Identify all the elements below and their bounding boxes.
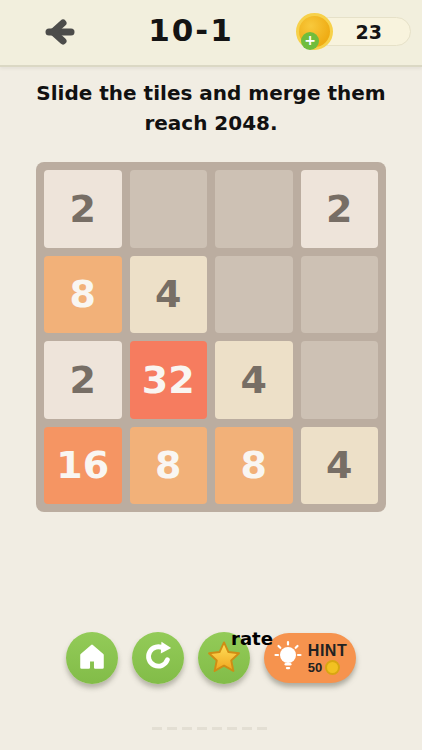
tile-r2c2: 4 bbox=[130, 256, 208, 334]
tile-r4c4: 4 bbox=[301, 427, 379, 505]
hint-cost: 50 bbox=[308, 660, 322, 675]
bottom-controls: rate bbox=[0, 632, 422, 684]
tile-r2c1: 8 bbox=[44, 256, 122, 334]
home-icon bbox=[75, 640, 109, 677]
tile-r2c4 bbox=[301, 256, 379, 334]
coin-count: 23 bbox=[356, 21, 382, 43]
restart-button[interactable] bbox=[132, 632, 184, 684]
tile-r4c2: 8 bbox=[130, 427, 208, 505]
instruction-text: Slide the tiles and merge them reach 204… bbox=[24, 78, 398, 138]
coin-icon: + bbox=[296, 13, 333, 50]
home-indicator-dashes bbox=[152, 727, 270, 730]
lightbulb-icon bbox=[273, 640, 303, 677]
tile-r3c4 bbox=[301, 341, 379, 419]
tile-r3c3: 4 bbox=[215, 341, 293, 419]
coin-counter[interactable]: + 23 bbox=[314, 17, 411, 46]
game-screen: 10-1 + 23 Slide the tiles and merge them… bbox=[0, 0, 422, 750]
top-bar: 10-1 + 23 bbox=[0, 0, 422, 67]
tile-r1c2 bbox=[130, 170, 208, 248]
tile-r3c2: 32 bbox=[130, 341, 208, 419]
tile-r4c1: 16 bbox=[44, 427, 122, 505]
tile-r4c3: 8 bbox=[215, 427, 293, 505]
tile-r1c1: 2 bbox=[44, 170, 122, 248]
game-board[interactable]: 2 2 8 4 2 32 4 16 8 8 4 bbox=[36, 162, 386, 512]
hint-label: HINT bbox=[308, 642, 347, 660]
hint-button[interactable]: HINT 50 bbox=[264, 633, 356, 683]
hint-coin-icon bbox=[325, 660, 340, 675]
rate-label: rate bbox=[231, 628, 273, 649]
refresh-icon bbox=[140, 639, 176, 678]
tile-r3c1: 2 bbox=[44, 341, 122, 419]
tile-r1c3 bbox=[215, 170, 293, 248]
add-coins-icon[interactable]: + bbox=[301, 32, 319, 50]
tile-r2c3 bbox=[215, 256, 293, 334]
home-button[interactable] bbox=[66, 632, 118, 684]
tile-r1c4: 2 bbox=[301, 170, 379, 248]
